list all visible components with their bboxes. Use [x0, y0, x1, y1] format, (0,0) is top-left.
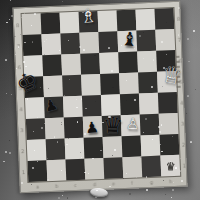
square-h2[interactable] [160, 134, 180, 156]
square-e6[interactable] [99, 52, 119, 74]
square-c6[interactable] [61, 54, 81, 76]
square-g4[interactable] [139, 93, 159, 115]
rank-label-left-3: 3 [20, 127, 23, 133]
square-h7[interactable] [155, 29, 175, 51]
rank-label-right-4: 4 [180, 99, 183, 105]
square-g1[interactable] [141, 156, 161, 178]
square-e2[interactable] [103, 136, 123, 158]
square-c5[interactable] [62, 75, 82, 97]
file-label-e: e [112, 180, 115, 186]
file-label-f: f [131, 180, 133, 186]
square-g2[interactable] [141, 135, 161, 157]
square-c2[interactable] [65, 138, 85, 160]
chessboard-photo: ♗♝♚♕♟♟♛♙ ♛ abcdefgh8877665544332211 [0, 0, 200, 200]
square-a8[interactable] [22, 13, 42, 35]
file-label-b: b [55, 183, 58, 189]
square-c8[interactable] [60, 12, 80, 34]
square-e1[interactable] [103, 157, 123, 179]
square-b6[interactable] [42, 55, 62, 77]
square-a7[interactable] [22, 34, 42, 56]
rank-label-right-7: 7 [178, 36, 181, 42]
square-b7[interactable] [41, 34, 61, 56]
square-b2[interactable] [46, 138, 66, 160]
square-c1[interactable] [65, 159, 85, 181]
square-d7[interactable] [79, 32, 99, 54]
rank-label-right-3: 3 [181, 120, 184, 126]
piece-black-pawn-b4[interactable]: ♟ [42, 96, 59, 114]
square-h3[interactable] [159, 113, 179, 135]
file-label-a: a [36, 184, 39, 190]
square-g5[interactable] [138, 72, 158, 94]
square-d2[interactable] [84, 137, 104, 159]
square-c7[interactable] [60, 33, 80, 55]
rank-label-right-8: 8 [177, 15, 180, 21]
square-d1[interactable] [84, 158, 104, 180]
square-f5[interactable] [119, 72, 139, 94]
square-b3[interactable] [45, 117, 65, 139]
square-f6[interactable] [118, 51, 138, 73]
piece-black-bishop-f7[interactable]: ♝ [120, 29, 139, 49]
square-d5[interactable] [81, 74, 101, 96]
file-label-g: g [150, 179, 153, 185]
rank-label-left-7: 7 [17, 43, 20, 49]
square-b8[interactable] [41, 13, 61, 35]
file-label-c: c [74, 182, 77, 188]
square-a3[interactable] [26, 118, 46, 140]
square-g6[interactable] [137, 51, 157, 73]
file-label-d: d [93, 181, 96, 187]
square-c3[interactable] [64, 117, 84, 139]
chess-board-frame: ♗♝♚♕♟♟♛♙ ♛ abcdefgh8877665544332211 [12, 1, 187, 194]
rank-label-left-1: 1 [22, 169, 25, 175]
piece-black-queen-e3[interactable]: ♛ [102, 113, 123, 137]
square-d4[interactable] [82, 95, 102, 117]
square-h8[interactable] [155, 8, 175, 30]
piece-black-pawn-d3[interactable]: ♟ [84, 120, 99, 136]
square-f2[interactable] [122, 135, 142, 157]
square-e8[interactable] [98, 10, 118, 32]
square-e5[interactable] [100, 73, 120, 95]
chess-board: ♗♝♚♕♟♟♛♙ [22, 8, 181, 182]
square-b5[interactable] [43, 76, 63, 98]
rank-label-right-1: 1 [183, 162, 186, 168]
square-e7[interactable] [98, 31, 118, 53]
square-g8[interactable] [136, 9, 156, 31]
piece-white-pawn-f3[interactable]: ♙ [125, 116, 139, 132]
square-a1[interactable] [28, 160, 48, 182]
square-g3[interactable] [140, 114, 160, 136]
rank-label-left-4: 4 [19, 106, 22, 112]
piece-white-bishop-d8[interactable]: ♗ [79, 5, 98, 25]
square-c4[interactable] [63, 96, 83, 118]
square-g7[interactable] [136, 30, 156, 52]
queen-emblem-icon: ♛ [165, 161, 175, 172]
rank-label-left-2: 2 [21, 148, 24, 154]
square-f1[interactable] [122, 156, 142, 178]
square-a4[interactable] [25, 97, 45, 119]
file-label-h: h [169, 178, 172, 184]
rank-label-right-2: 2 [182, 141, 185, 147]
piece-white-queen-h5[interactable]: ♕ [159, 62, 184, 88]
rank-label-left-8: 8 [16, 22, 19, 28]
square-d6[interactable] [80, 53, 100, 75]
square-a2[interactable] [27, 139, 47, 161]
square-b1[interactable] [46, 159, 66, 181]
square-h4[interactable] [158, 92, 178, 114]
